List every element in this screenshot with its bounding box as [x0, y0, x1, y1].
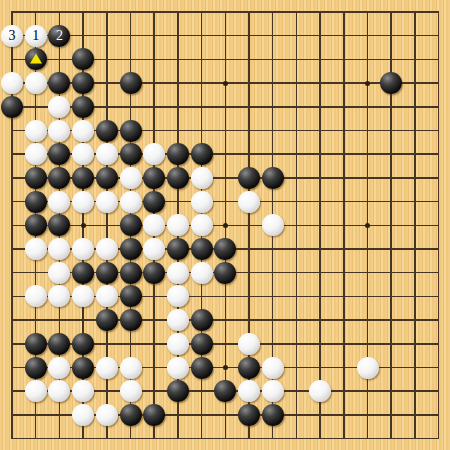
white-stone[interactable]	[120, 380, 142, 402]
white-stone[interactable]	[25, 72, 47, 94]
black-stone[interactable]	[1, 96, 23, 118]
black-stone[interactable]	[96, 262, 118, 284]
grid-line-vertical	[343, 11, 345, 439]
move-number-label: 2	[56, 29, 63, 43]
white-stone[interactable]	[48, 238, 70, 260]
black-stone[interactable]	[143, 191, 165, 213]
black-stone[interactable]	[120, 309, 142, 331]
white-stone[interactable]	[25, 285, 47, 307]
white-stone[interactable]	[167, 285, 189, 307]
white-stone[interactable]	[120, 191, 142, 213]
white-stone[interactable]	[25, 380, 47, 402]
white-stone[interactable]	[96, 404, 118, 426]
white-stone[interactable]	[167, 333, 189, 355]
black-stone[interactable]	[143, 167, 165, 189]
black-stone[interactable]	[25, 333, 47, 355]
grid-line-vertical	[319, 11, 321, 439]
white-stone[interactable]	[48, 96, 70, 118]
black-stone[interactable]	[238, 357, 260, 379]
black-stone[interactable]	[120, 72, 142, 94]
white-stone[interactable]: 1	[25, 25, 47, 47]
black-stone[interactable]	[25, 191, 47, 213]
white-stone[interactable]	[96, 285, 118, 307]
black-stone[interactable]	[191, 333, 213, 355]
star-point	[223, 81, 228, 86]
star-point	[365, 81, 370, 86]
white-stone[interactable]	[238, 380, 260, 402]
grid-line-vertical	[296, 11, 298, 439]
black-stone[interactable]	[262, 404, 284, 426]
star-point	[223, 223, 228, 228]
black-stone[interactable]	[48, 143, 70, 165]
white-stone[interactable]	[48, 285, 70, 307]
black-stone[interactable]	[120, 285, 142, 307]
white-stone[interactable]	[167, 357, 189, 379]
grid-line-vertical	[414, 11, 416, 439]
black-stone[interactable]	[143, 262, 165, 284]
black-stone[interactable]	[167, 167, 189, 189]
black-stone[interactable]	[167, 143, 189, 165]
white-stone[interactable]	[48, 357, 70, 379]
white-stone[interactable]	[143, 238, 165, 260]
white-stone[interactable]	[72, 143, 94, 165]
white-stone[interactable]	[357, 357, 379, 379]
white-stone[interactable]	[238, 191, 260, 213]
black-stone[interactable]	[143, 404, 165, 426]
grid-line-horizontal	[11, 438, 439, 440]
white-stone[interactable]	[143, 143, 165, 165]
star-point	[223, 365, 228, 370]
black-stone[interactable]	[238, 404, 260, 426]
white-stone[interactable]	[309, 380, 331, 402]
white-stone[interactable]	[262, 380, 284, 402]
star-point	[81, 223, 86, 228]
black-stone[interactable]	[120, 120, 142, 142]
star-point	[365, 223, 370, 228]
black-stone[interactable]	[120, 238, 142, 260]
black-stone[interactable]	[191, 143, 213, 165]
black-stone[interactable]	[262, 167, 284, 189]
black-stone[interactable]	[96, 309, 118, 331]
black-stone[interactable]	[214, 380, 236, 402]
black-stone[interactable]	[380, 72, 402, 94]
move-number-label: 3	[9, 29, 16, 43]
black-stone[interactable]	[72, 357, 94, 379]
black-stone[interactable]	[72, 72, 94, 94]
white-stone[interactable]	[191, 167, 213, 189]
white-stone[interactable]	[96, 143, 118, 165]
black-stone[interactable]	[120, 143, 142, 165]
white-stone[interactable]	[167, 262, 189, 284]
black-stone[interactable]	[48, 333, 70, 355]
white-stone[interactable]	[72, 238, 94, 260]
black-stone[interactable]	[25, 48, 47, 70]
white-stone[interactable]	[48, 380, 70, 402]
black-stone[interactable]	[72, 333, 94, 355]
grid-line-horizontal	[11, 319, 439, 321]
black-stone[interactable]	[72, 262, 94, 284]
black-stone[interactable]	[214, 238, 236, 260]
white-stone[interactable]	[25, 120, 47, 142]
black-stone[interactable]	[167, 380, 189, 402]
black-stone[interactable]	[72, 167, 94, 189]
white-stone[interactable]	[120, 167, 142, 189]
white-stone[interactable]	[1, 72, 23, 94]
white-stone[interactable]	[25, 238, 47, 260]
black-stone[interactable]	[48, 72, 70, 94]
white-stone[interactable]	[72, 380, 94, 402]
black-stone[interactable]	[120, 404, 142, 426]
white-stone[interactable]	[262, 357, 284, 379]
white-stone[interactable]	[96, 238, 118, 260]
black-stone[interactable]	[72, 48, 94, 70]
black-stone[interactable]	[96, 167, 118, 189]
white-stone[interactable]	[72, 191, 94, 213]
black-stone[interactable]	[120, 262, 142, 284]
white-stone[interactable]	[238, 333, 260, 355]
black-stone[interactable]	[238, 167, 260, 189]
black-stone[interactable]	[167, 238, 189, 260]
white-stone[interactable]	[191, 191, 213, 213]
black-stone[interactable]	[25, 357, 47, 379]
white-stone[interactable]	[25, 143, 47, 165]
white-stone[interactable]	[72, 120, 94, 142]
black-stone[interactable]	[191, 357, 213, 379]
white-stone[interactable]	[48, 191, 70, 213]
black-stone[interactable]	[48, 167, 70, 189]
white-stone[interactable]	[48, 262, 70, 284]
black-stone[interactable]	[48, 214, 70, 236]
white-stone[interactable]	[167, 214, 189, 236]
white-stone[interactable]	[72, 404, 94, 426]
white-stone[interactable]	[120, 357, 142, 379]
white-stone[interactable]	[191, 262, 213, 284]
white-stone[interactable]	[262, 214, 284, 236]
black-stone[interactable]	[214, 262, 236, 284]
black-stone[interactable]: 2	[48, 25, 70, 47]
black-stone[interactable]	[25, 214, 47, 236]
move-number-label: 1	[32, 29, 39, 43]
black-stone[interactable]	[191, 309, 213, 331]
black-stone[interactable]	[96, 120, 118, 142]
white-stone[interactable]	[48, 120, 70, 142]
black-stone[interactable]	[72, 96, 94, 118]
white-stone[interactable]	[167, 309, 189, 331]
white-stone[interactable]	[96, 357, 118, 379]
go-board[interactable]: 312	[0, 0, 450, 450]
grid-line-vertical	[438, 11, 440, 439]
white-stone[interactable]	[191, 214, 213, 236]
white-stone[interactable]	[96, 191, 118, 213]
triangle-marker-icon	[30, 54, 42, 64]
white-stone[interactable]	[143, 214, 165, 236]
white-stone[interactable]: 3	[1, 25, 23, 47]
black-stone[interactable]	[120, 214, 142, 236]
white-stone[interactable]	[72, 285, 94, 307]
black-stone[interactable]	[25, 167, 47, 189]
black-stone[interactable]	[191, 238, 213, 260]
